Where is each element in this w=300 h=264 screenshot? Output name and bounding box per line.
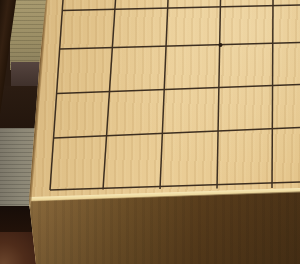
cell-8-6 [96, 13, 141, 52]
cell-6-9 [182, 136, 227, 191]
cell-6-8 [183, 92, 228, 137]
cell-7-8 [139, 94, 184, 139]
cell-5-7 [228, 47, 273, 92]
cell-6-7 [184, 48, 229, 93]
cell-7-6 [140, 11, 185, 50]
shogi-photo-stage: 歩兵 歩兵 歩兵 歩兵 角行 歩兵 香車 銀将 王将 桂馬 金将 [0, 0, 300, 264]
cell-9-7 [51, 52, 96, 97]
cell-9-9 [49, 140, 94, 195]
cell-5-8 [228, 91, 273, 136]
cell-9-8 [50, 96, 95, 141]
cell-7-7 [140, 50, 185, 95]
cell-5-6 [229, 9, 274, 48]
cell-8-9 [94, 139, 139, 194]
cell-9-6 [51, 14, 96, 53]
board-cell-grid [49, 9, 274, 195]
cell-8-7 [95, 51, 140, 96]
cell-6-6 [185, 10, 230, 49]
shogi-board: 歩兵 歩兵 歩兵 歩兵 角行 歩兵 香車 銀将 王将 桂馬 金将 [0, 0, 300, 264]
wood-floor [0, 232, 38, 264]
cell-8-8 [94, 95, 139, 140]
cell-7-9 [138, 138, 183, 193]
cell-5-9 [227, 135, 272, 190]
